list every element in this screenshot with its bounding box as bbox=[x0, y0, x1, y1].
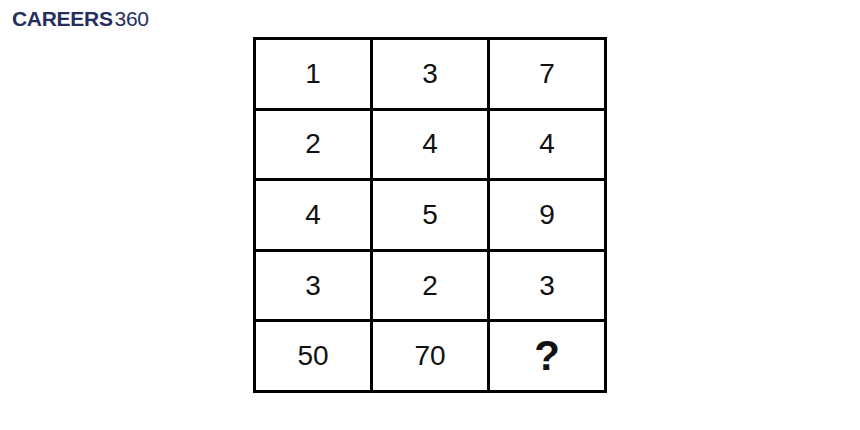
puzzle-grid: 1372444593235070? bbox=[253, 37, 607, 393]
grid-cell-r0c2: 7 bbox=[490, 40, 604, 108]
grid-cell-r0c0: 1 bbox=[256, 40, 370, 108]
grid-cell-r3c2: 3 bbox=[490, 252, 604, 320]
grid-cell-r2c0: 4 bbox=[256, 181, 370, 249]
grid-cell-r3c1: 2 bbox=[373, 252, 487, 320]
logo-text-360: 360 bbox=[115, 7, 149, 30]
grid-cell-r4c1: 70 bbox=[373, 322, 487, 390]
page: CAREERS360 1372444593235070? bbox=[0, 0, 860, 430]
grid-cell-r2c1: 5 bbox=[373, 181, 487, 249]
grid-cell-r1c1: 4 bbox=[373, 111, 487, 179]
grid-cell-unknown: ? bbox=[490, 322, 604, 390]
grid-cell-r0c1: 3 bbox=[373, 40, 487, 108]
grid-cell-r1c0: 2 bbox=[256, 111, 370, 179]
grid-cell-r4c0: 50 bbox=[256, 322, 370, 390]
careers360-logo: CAREERS360 bbox=[12, 8, 149, 30]
grid-cell-r2c2: 9 bbox=[490, 181, 604, 249]
grid-cell-r1c2: 4 bbox=[490, 111, 604, 179]
grid-cell-r3c0: 3 bbox=[256, 252, 370, 320]
logo-text-careers: CAREERS bbox=[12, 7, 113, 30]
